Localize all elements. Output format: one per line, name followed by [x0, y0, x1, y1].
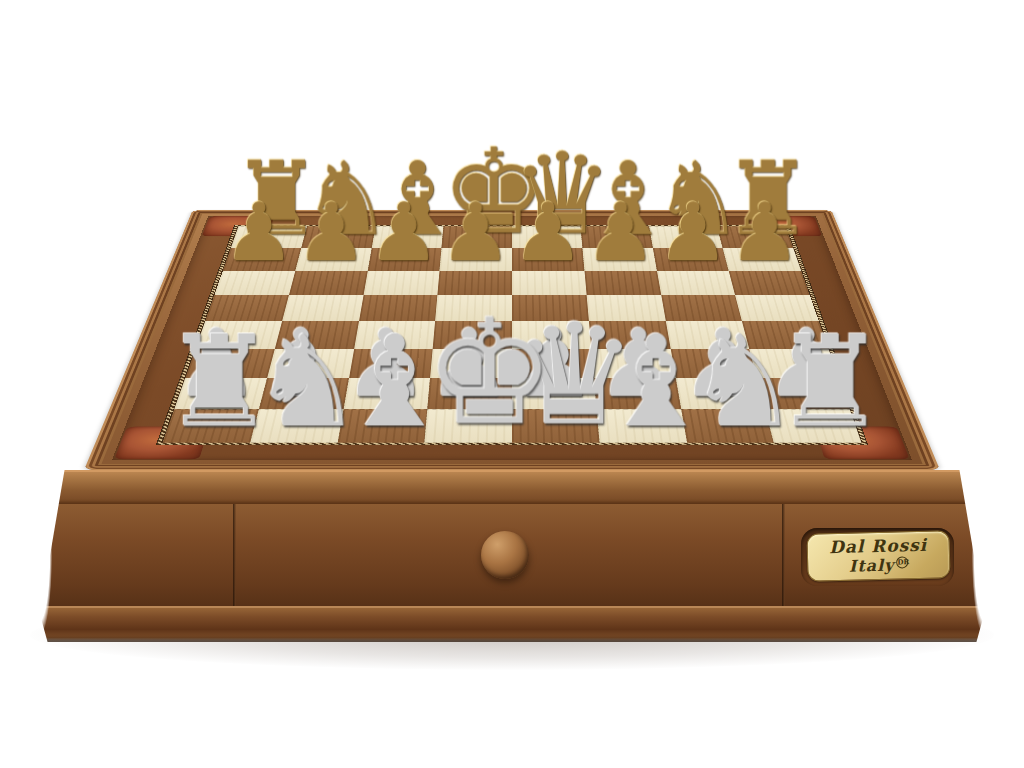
chess-box-front: Dal RossiItalyDR: [40, 470, 984, 642]
brand-plate-mark-icon: DR: [896, 556, 908, 568]
piece-bronze-pawn[interactable]: ♟: [657, 194, 729, 270]
piece-silver-king[interactable]: ♚: [425, 303, 512, 442]
chess-box-top: ♜♞♝♚♛♝♞♜♟♟♟♟♟♟♟♟♟♟♟♟♟♟♟♟♜♞♝♚♛♝♞♜: [84, 210, 940, 470]
piece-bronze-pawn[interactable]: ♟: [223, 194, 295, 270]
piece-silver-bishop[interactable]: ♝: [599, 322, 686, 442]
square-e7[interactable]: ♟: [512, 248, 584, 271]
brand-plate-line2: Italy: [849, 557, 895, 576]
box-top-molding-rim: ♜♞♝♚♛♝♞♜♟♟♟♟♟♟♟♟♟♟♟♟♟♟♟♟♜♞♝♚♛♝♞♜: [84, 210, 940, 470]
square-d7[interactable]: ♟: [440, 248, 512, 271]
rope-inlay-border: ♜♞♝♚♛♝♞♜♟♟♟♟♟♟♟♟♟♟♟♟♟♟♟♟♜♞♝♚♛♝♞♜: [157, 225, 867, 445]
square-f7[interactable]: ♟: [582, 248, 656, 271]
brand-plate-recess: Dal RossiItalyDR: [801, 528, 954, 586]
product-photo-stage: ♜♞♝♚♛♝♞♜♟♟♟♟♟♟♟♟♟♟♟♟♟♟♟♟♜♞♝♚♛♝♞♜ Dal Ros…: [0, 0, 1024, 768]
piece-silver-knight[interactable]: ♞: [250, 322, 337, 442]
drawer-knob[interactable]: [481, 531, 529, 579]
piece-bronze-pawn[interactable]: ♟: [367, 194, 439, 270]
front-right-waist-curve: [972, 476, 998, 636]
square-h6[interactable]: [729, 271, 810, 295]
square-b1[interactable]: ♞: [250, 409, 343, 442]
board-walnut-border: ♜♞♝♚♛♝♞♜♟♟♟♟♟♟♟♟♟♟♟♟♟♟♟♟♜♞♝♚♛♝♞♜: [112, 216, 912, 461]
piece-bronze-pawn[interactable]: ♟: [729, 194, 801, 270]
square-d1[interactable]: ♚: [425, 409, 512, 442]
drawer-seam-left: [233, 504, 236, 606]
piece-silver-rook[interactable]: ♜: [774, 322, 861, 442]
square-a7[interactable]: ♟: [223, 248, 301, 271]
square-f1[interactable]: ♝: [596, 409, 686, 442]
square-f6[interactable]: [584, 271, 661, 295]
square-c1[interactable]: ♝: [337, 409, 427, 442]
square-a1[interactable]: ♜: [163, 409, 259, 442]
square-g1[interactable]: ♞: [681, 409, 774, 442]
square-g7[interactable]: ♟: [653, 248, 729, 271]
square-a6[interactable]: [214, 271, 295, 295]
square-b6[interactable]: [289, 271, 368, 295]
drawer-seam-right: [782, 504, 785, 606]
square-h7[interactable]: ♟: [723, 248, 801, 271]
square-c7[interactable]: ♟: [367, 248, 441, 271]
square-g6[interactable]: [657, 271, 736, 295]
front-bottom-molding: [36, 606, 988, 642]
front-top-molding: [40, 470, 984, 504]
piece-bronze-pawn[interactable]: ♟: [440, 194, 512, 270]
drawer-front-panel: Dal RossiItalyDR: [40, 504, 984, 606]
brand-plate-line1: Dal Rossi: [807, 534, 948, 558]
piece-bronze-pawn[interactable]: ♟: [584, 194, 656, 270]
chess-board[interactable]: ♜♞♝♚♛♝♞♜♟♟♟♟♟♟♟♟♟♟♟♟♟♟♟♟♜♞♝♚♛♝♞♜: [163, 226, 862, 443]
piece-silver-rook[interactable]: ♜: [163, 322, 250, 442]
brand-plate: Dal RossiItalyDR: [806, 530, 950, 582]
square-h1[interactable]: ♜: [765, 409, 861, 442]
piece-silver-knight[interactable]: ♞: [687, 322, 774, 442]
piece-bronze-pawn[interactable]: ♟: [512, 194, 584, 270]
piece-bronze-pawn[interactable]: ♟: [295, 194, 367, 270]
front-left-waist-curve: [26, 476, 52, 636]
piece-silver-bishop[interactable]: ♝: [337, 322, 424, 442]
square-b7[interactable]: ♟: [295, 248, 371, 271]
